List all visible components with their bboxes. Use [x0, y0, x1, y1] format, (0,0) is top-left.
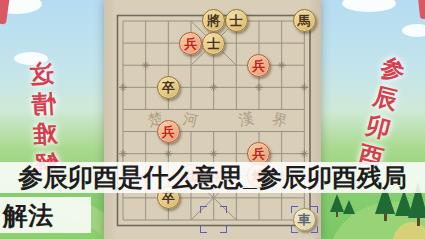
piece-glyph: 兵: [252, 59, 265, 72]
scroll-char: 这: [29, 61, 54, 86]
piece-black-士[interactable]: 士: [202, 32, 225, 55]
piece-grid: 將士馬兵士兵卒兵兵仕帥炮卒車: [112, 10, 316, 231]
piece-black-馬[interactable]: 馬: [293, 9, 316, 32]
piece-glyph: 馬: [298, 14, 311, 27]
piece-red-兵[interactable]: 兵: [247, 54, 270, 77]
piece-black-將[interactable]: 將: [202, 9, 225, 32]
caption-title: 参辰卯酉是什么意思_参辰卯酉残局: [18, 161, 407, 194]
piece-glyph: 卒: [162, 81, 175, 94]
piece-glyph: 將: [207, 14, 220, 27]
piece-glyph: 兵: [162, 125, 175, 138]
caption-band-2: 解法: [0, 197, 91, 233]
caption-band-1: 参辰卯酉是什么意思_参辰卯酉残局: [0, 162, 425, 193]
piece-glyph: 士: [207, 37, 220, 50]
piece-red-兵[interactable]: 兵: [179, 32, 202, 55]
piece-red-兵[interactable]: 兵: [157, 120, 180, 143]
piece-black-卒[interactable]: 卒: [157, 76, 180, 99]
piece-glyph: 兵: [252, 147, 265, 160]
caption-title-2: 解法: [3, 199, 53, 232]
selected-square-marker: [294, 209, 315, 230]
scroll-char: 难: [32, 121, 57, 146]
piece-black-士[interactable]: 士: [225, 9, 248, 32]
move-origin-marker: [203, 209, 224, 230]
scroll-char: 情: [31, 91, 56, 116]
piece-glyph: 兵: [184, 37, 197, 50]
piece-glyph: 士: [230, 14, 243, 27]
